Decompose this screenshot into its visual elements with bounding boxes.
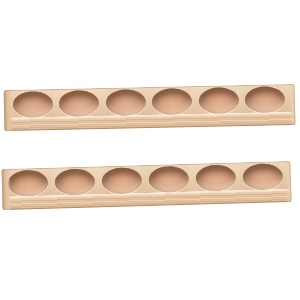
mancala-pit-top-5[interactable] [198,87,239,114]
mancala-pit-bottom-6[interactable] [242,163,283,190]
mancala-pit-bottom-1[interactable] [8,170,49,197]
mancala-row-top [4,84,296,131]
mancala-pit-bottom-5[interactable] [195,165,236,192]
mancala-pit-bottom-3[interactable] [102,167,143,194]
mancala-pit-top-1[interactable] [13,91,54,118]
mancala-board [0,0,300,300]
mancala-pit-bottom-2[interactable] [55,168,96,195]
mancala-pit-bottom-4[interactable] [148,166,189,193]
mancala-pit-top-3[interactable] [105,89,146,116]
mancala-row-bottom [1,161,291,210]
mancala-pit-top-2[interactable] [59,90,100,117]
mancala-pit-top-6[interactable] [245,86,286,113]
mancala-pit-top-4[interactable] [152,88,193,115]
